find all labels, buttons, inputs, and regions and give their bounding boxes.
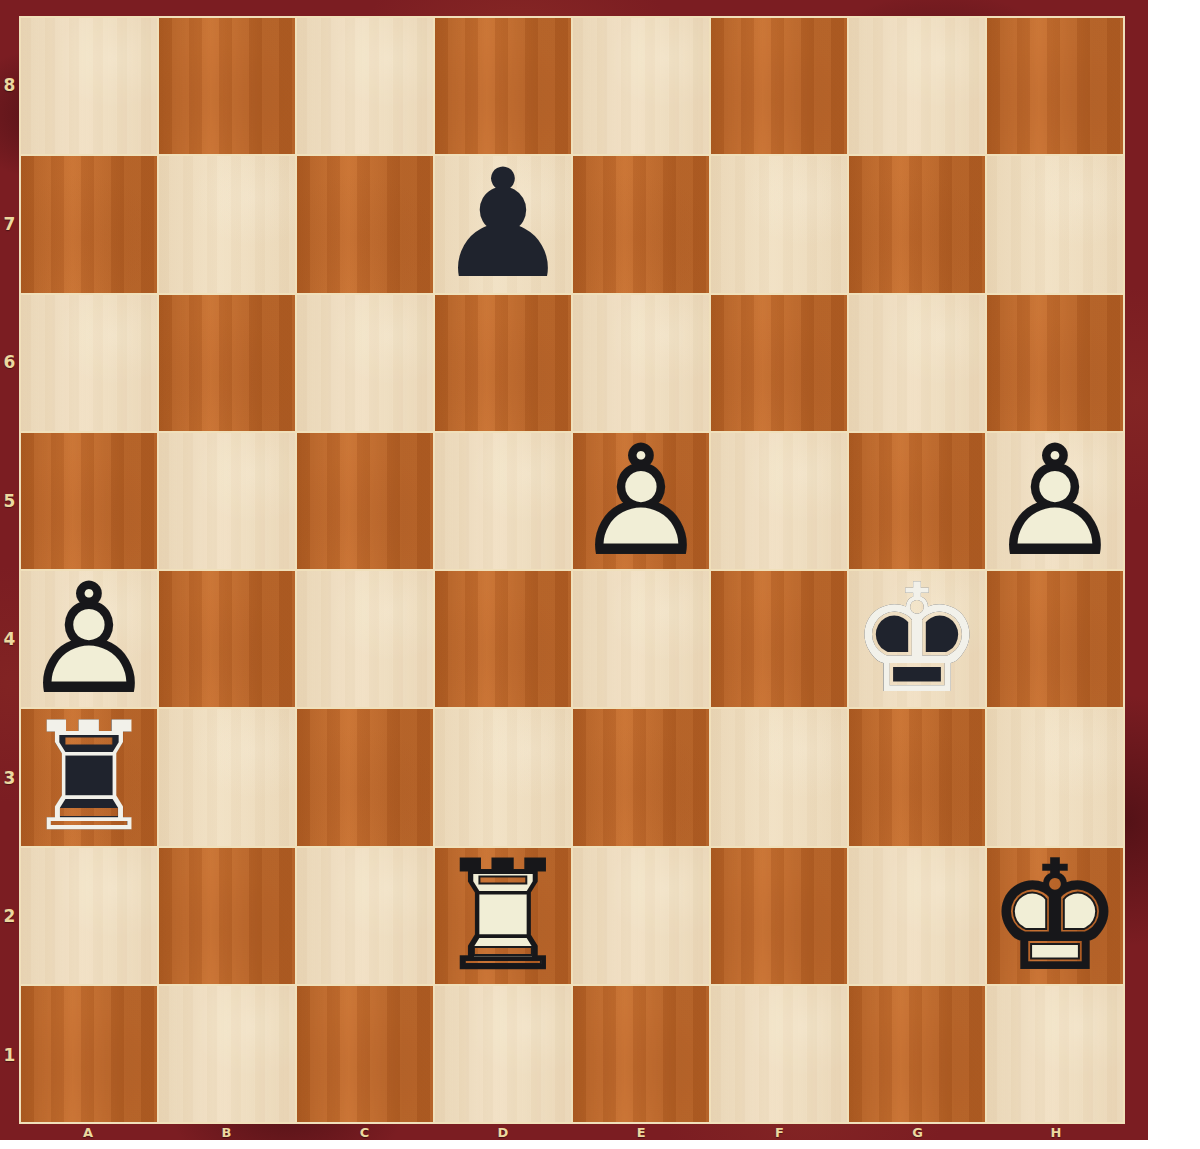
square-f2[interactable]: [711, 848, 847, 984]
white-king: ♚♔: [987, 848, 1123, 984]
square-f3[interactable]: [711, 709, 847, 845]
white-rook-detail: ♖: [435, 848, 571, 984]
chess-diagram: ♟♟♙♟♙♟♙♚♔♜♖♜♖♚♔ 87654321 ABCDEFGH: [0, 0, 1200, 1149]
white-pawn-fill: ♟: [987, 433, 1123, 569]
square-h2[interactable]: ♚♔: [987, 848, 1123, 984]
square-d5[interactable]: [435, 433, 571, 569]
white-pawn: ♟♙: [573, 433, 709, 569]
white-pawn-detail: ♙: [987, 433, 1123, 569]
file-label-e: E: [572, 1124, 710, 1140]
square-h5[interactable]: ♟♙: [987, 433, 1123, 569]
square-c4[interactable]: [297, 571, 433, 707]
board-frame: ♟♟♙♟♙♟♙♚♔♜♖♜♖♚♔ 87654321 ABCDEFGH: [0, 0, 1148, 1140]
white-pawn: ♟♙: [21, 571, 157, 707]
file-label-d: D: [434, 1124, 572, 1140]
square-a6[interactable]: [21, 295, 157, 431]
square-f5[interactable]: [711, 433, 847, 569]
square-c2[interactable]: [297, 848, 433, 984]
rank-label-8: 8: [0, 16, 19, 155]
square-g5[interactable]: [849, 433, 985, 569]
square-a8[interactable]: [21, 18, 157, 154]
square-e5[interactable]: ♟♙: [573, 433, 709, 569]
square-d8[interactable]: [435, 18, 571, 154]
rank-label-6: 6: [0, 293, 19, 432]
square-c8[interactable]: [297, 18, 433, 154]
square-h7[interactable]: [987, 156, 1123, 292]
white-pawn-fill: ♟: [573, 433, 709, 569]
white-pawn-detail: ♙: [21, 571, 157, 707]
square-e3[interactable]: [573, 709, 709, 845]
white-pawn-detail: ♙: [573, 433, 709, 569]
square-h1[interactable]: [987, 986, 1123, 1122]
square-e4[interactable]: [573, 571, 709, 707]
square-h3[interactable]: [987, 709, 1123, 845]
file-label-g: G: [849, 1124, 987, 1140]
chess-board: ♟♟♙♟♙♟♙♚♔♜♖♜♖♚♔: [19, 16, 1125, 1124]
square-g4[interactable]: ♚♔: [849, 571, 985, 707]
file-label-c: C: [296, 1124, 434, 1140]
file-label-a: A: [19, 1124, 157, 1140]
square-d7[interactable]: ♟: [435, 156, 571, 292]
square-a1[interactable]: [21, 986, 157, 1122]
square-b3[interactable]: [159, 709, 295, 845]
white-rook-fill: ♜: [435, 848, 571, 984]
square-d4[interactable]: [435, 571, 571, 707]
rank-label-7: 7: [0, 155, 19, 294]
square-e6[interactable]: [573, 295, 709, 431]
square-f7[interactable]: [711, 156, 847, 292]
square-g8[interactable]: [849, 18, 985, 154]
black-king-detail: ♔: [849, 571, 985, 707]
square-g3[interactable]: [849, 709, 985, 845]
black-king: ♚♔: [849, 571, 985, 707]
square-h6[interactable]: [987, 295, 1123, 431]
square-f6[interactable]: [711, 295, 847, 431]
white-pawn-fill: ♟: [21, 571, 157, 707]
square-d1[interactable]: [435, 986, 571, 1122]
black-rook-detail: ♖: [21, 709, 157, 845]
black-rook: ♜♖: [21, 709, 157, 845]
file-label-f: F: [710, 1124, 848, 1140]
square-c3[interactable]: [297, 709, 433, 845]
file-label-b: B: [157, 1124, 295, 1140]
white-king-detail: ♔: [987, 848, 1123, 984]
black-king-fill: ♚: [849, 571, 985, 707]
square-b8[interactable]: [159, 18, 295, 154]
square-b6[interactable]: [159, 295, 295, 431]
square-b4[interactable]: [159, 571, 295, 707]
square-f8[interactable]: [711, 18, 847, 154]
black-rook-fill: ♜: [21, 709, 157, 845]
square-b7[interactable]: [159, 156, 295, 292]
square-a2[interactable]: [21, 848, 157, 984]
square-c7[interactable]: [297, 156, 433, 292]
square-b5[interactable]: [159, 433, 295, 569]
square-f4[interactable]: [711, 571, 847, 707]
square-d3[interactable]: [435, 709, 571, 845]
square-a3[interactable]: ♜♖: [21, 709, 157, 845]
square-e2[interactable]: [573, 848, 709, 984]
square-h4[interactable]: [987, 571, 1123, 707]
file-labels: ABCDEFGH: [19, 1124, 1125, 1140]
square-c6[interactable]: [297, 295, 433, 431]
white-rook: ♜♖: [435, 848, 571, 984]
square-e8[interactable]: [573, 18, 709, 154]
white-pawn: ♟♙: [987, 433, 1123, 569]
file-label-h: H: [987, 1124, 1125, 1140]
square-b2[interactable]: [159, 848, 295, 984]
square-d6[interactable]: [435, 295, 571, 431]
square-c5[interactable]: [297, 433, 433, 569]
rank-labels: 87654321: [0, 16, 19, 1124]
black-pawn-fill: ♟: [435, 156, 571, 292]
white-king-fill: ♚: [987, 848, 1123, 984]
square-g2[interactable]: [849, 848, 985, 984]
square-g1[interactable]: [849, 986, 985, 1122]
square-d2[interactable]: ♜♖: [435, 848, 571, 984]
square-f1[interactable]: [711, 986, 847, 1122]
square-e7[interactable]: [573, 156, 709, 292]
square-c1[interactable]: [297, 986, 433, 1122]
square-g6[interactable]: [849, 295, 985, 431]
rank-label-5: 5: [0, 432, 19, 571]
square-h8[interactable]: [987, 18, 1123, 154]
square-g7[interactable]: [849, 156, 985, 292]
square-a5[interactable]: [21, 433, 157, 569]
rank-label-3: 3: [0, 709, 19, 848]
square-e1[interactable]: [573, 986, 709, 1122]
square-b1[interactable]: [159, 986, 295, 1122]
rank-label-4: 4: [0, 570, 19, 709]
black-pawn: ♟: [435, 156, 571, 292]
square-a7[interactable]: [21, 156, 157, 292]
rank-label-1: 1: [0, 986, 19, 1125]
square-a4[interactable]: ♟♙: [21, 571, 157, 707]
rank-label-2: 2: [0, 847, 19, 986]
